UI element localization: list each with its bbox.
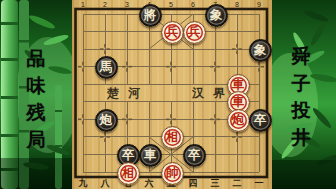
title-char: 舜 bbox=[290, 44, 312, 71]
river-label-chuhe: 楚河 bbox=[107, 85, 149, 101]
piece-red-cannon[interactable]: 炮 bbox=[227, 109, 250, 132]
piece-red-soldier[interactable]: 兵 bbox=[161, 21, 184, 44]
title-char: 味 bbox=[25, 73, 47, 100]
piece-red-elephant[interactable]: 相 bbox=[117, 162, 140, 185]
title-char: 井 bbox=[290, 125, 312, 152]
right-banner-title: 舜子投井 bbox=[290, 44, 312, 152]
piece-red-general[interactable]: 帥 bbox=[161, 162, 184, 185]
title-char: 残 bbox=[25, 100, 47, 127]
xiangqi-board[interactable]: 123456789 九八七六五四三二一 楚河 汉界 將象兵兵象馬車車炮炮卒相卒車… bbox=[72, 0, 272, 189]
title-char: 子 bbox=[290, 71, 312, 98]
right-banner: 舜子投井 bbox=[272, 0, 336, 189]
xiangqi-app: 品味残局 123456789 九八七六五四三二一 楚河 汉界 將象兵兵象馬車車炮… bbox=[0, 0, 336, 189]
piece-black-horse[interactable]: 馬 bbox=[95, 56, 118, 79]
left-banner: 品味残局 bbox=[0, 0, 72, 189]
piece-black-elephant[interactable]: 象 bbox=[249, 39, 272, 62]
title-char: 局 bbox=[25, 127, 47, 154]
piece-red-soldier[interactable]: 兵 bbox=[183, 21, 206, 44]
piece-black-soldier[interactable]: 卒 bbox=[183, 144, 206, 167]
title-char: 投 bbox=[290, 98, 312, 125]
piece-red-elephant[interactable]: 相 bbox=[161, 126, 184, 149]
piece-black-general[interactable]: 將 bbox=[139, 4, 162, 27]
piece-black-elephant[interactable]: 象 bbox=[205, 4, 228, 27]
left-banner-title: 品味残局 bbox=[25, 46, 47, 154]
piece-black-soldier[interactable]: 卒 bbox=[249, 109, 272, 132]
piece-black-chariot[interactable]: 車 bbox=[139, 144, 162, 167]
piece-black-cannon[interactable]: 炮 bbox=[95, 109, 118, 132]
title-char: 品 bbox=[25, 46, 47, 73]
